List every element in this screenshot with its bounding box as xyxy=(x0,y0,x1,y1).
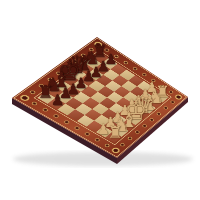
product-photo: ♜♞♝♛♚♝♞♜♟♟♟♟♟♟♟♟♟♟♟♟♟♟♟♟♜♞♝♛♚♝♞♜ xyxy=(0,0,200,200)
